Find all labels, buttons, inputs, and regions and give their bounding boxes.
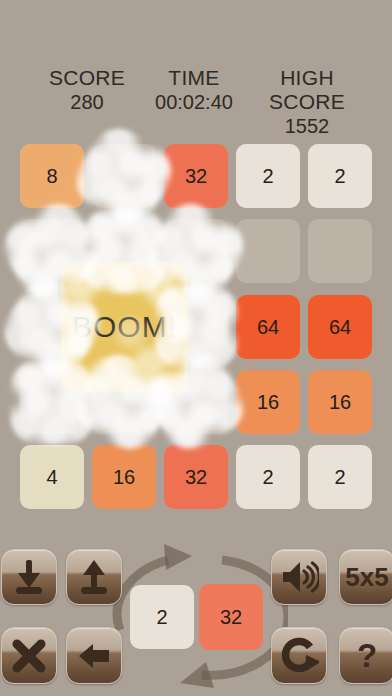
preview-tile-32: 32 [199,584,263,650]
tile-8: 8 [20,144,84,208]
restart-button[interactable] [271,627,327,684]
board[interactable]: BOOM! 83222646416164163222 [0,0,392,540]
tile-2: 2 [236,445,300,509]
grid-size-label: 5x5 [345,564,388,590]
close-icon [9,636,49,676]
arrow-up-from-bar-icon [74,557,114,597]
arrow-down-to-bar-icon [9,557,49,597]
preview-tile-2: 2 [130,585,194,649]
move-up-button[interactable] [66,549,122,605]
arrow-left-icon [74,636,114,676]
tile-16: 16 [236,370,300,434]
tile-2: 2 [308,144,372,208]
undo-back-button[interactable] [66,627,122,684]
restart-rotate-icon [279,636,319,676]
help-button[interactable]: ? [339,627,392,684]
tile-2: 2 [236,144,300,208]
close-button[interactable] [1,627,57,684]
tile-32: 32 [164,445,228,509]
grid-size-button[interactable]: 5x5 [339,549,392,605]
tile-16: 16 [308,370,372,434]
game-screen: SCORE 280 TIME 00:02:40 HIGH SCORE 1552 … [0,0,392,696]
sound-button[interactable] [271,549,327,605]
tile-4: 4 [20,445,84,509]
tile-32: 32 [164,144,228,208]
speaker-icon [279,557,319,597]
board-cell [308,219,372,283]
tile-2: 2 [308,445,372,509]
help-label: ? [357,639,377,672]
tile-64: 64 [308,295,372,359]
board-cell [236,219,300,283]
tile-64: 64 [236,295,300,359]
move-down-button[interactable] [1,549,57,605]
tile-16: 16 [92,445,156,509]
